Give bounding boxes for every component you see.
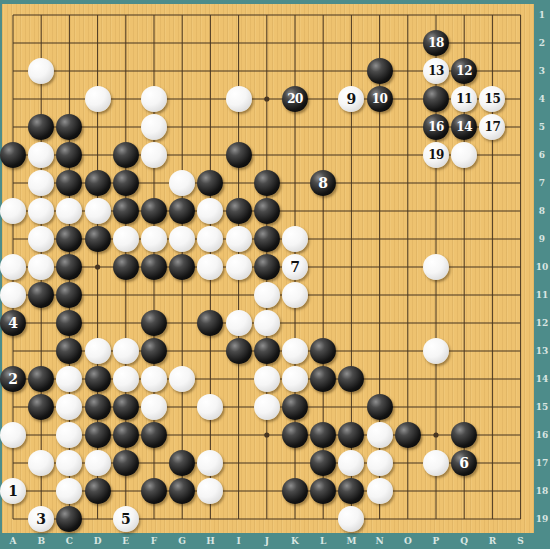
stone-black-D15[interactable] xyxy=(85,394,111,420)
row-label-4: 4 xyxy=(539,94,545,104)
move-number-label: 7 xyxy=(282,254,308,280)
stone-white-Q4[interactable]: 11 xyxy=(451,86,477,112)
column-label-H: H xyxy=(206,536,215,546)
stone-white-J11[interactable] xyxy=(254,282,280,308)
stone-white-P6[interactable]: 19 xyxy=(423,142,449,168)
stone-black-D18[interactable] xyxy=(85,478,111,504)
column-label-A: A xyxy=(10,536,17,546)
stone-black-K4[interactable]: 20 xyxy=(282,86,308,112)
stone-white-M4[interactable]: 9 xyxy=(338,86,364,112)
move-number-label: 3 xyxy=(28,506,54,532)
stone-white-E19[interactable]: 5 xyxy=(113,506,139,532)
column-label-Q: Q xyxy=(460,536,468,546)
stone-black-E15[interactable] xyxy=(113,394,139,420)
stone-black-E10[interactable] xyxy=(113,254,139,280)
stone-white-K11[interactable] xyxy=(282,282,308,308)
stone-black-L18[interactable] xyxy=(310,478,336,504)
stone-black-F8[interactable] xyxy=(141,198,167,224)
move-number-label: 14 xyxy=(451,114,477,140)
stone-white-F14[interactable] xyxy=(141,366,167,392)
stone-white-E14[interactable] xyxy=(113,366,139,392)
row-label-9: 9 xyxy=(539,234,545,244)
stone-white-A10[interactable] xyxy=(0,254,26,280)
column-label-C: C xyxy=(66,536,73,546)
stone-white-F6[interactable] xyxy=(141,142,167,168)
stone-black-J7[interactable] xyxy=(254,170,280,196)
stone-white-B8[interactable] xyxy=(28,198,54,224)
column-label-N: N xyxy=(375,536,383,546)
move-number-label: 13 xyxy=(423,58,449,84)
row-label-3: 3 xyxy=(539,66,545,76)
stone-white-R4[interactable]: 15 xyxy=(479,86,505,112)
move-number-label: 8 xyxy=(310,170,336,196)
stone-white-B9[interactable] xyxy=(28,226,54,252)
move-number-label: 18 xyxy=(423,30,449,56)
column-label-K: K xyxy=(291,536,299,546)
column-label-O: O xyxy=(404,536,412,546)
column-label-P: P xyxy=(433,536,440,546)
stone-black-L16[interactable] xyxy=(310,422,336,448)
stone-black-D7[interactable] xyxy=(85,170,111,196)
stone-white-A16[interactable] xyxy=(0,422,26,448)
stone-black-J10[interactable] xyxy=(254,254,280,280)
stone-white-B19[interactable]: 3 xyxy=(28,506,54,532)
stone-white-I9[interactable] xyxy=(226,226,252,252)
stone-black-D16[interactable] xyxy=(85,422,111,448)
stone-white-E9[interactable] xyxy=(113,226,139,252)
stone-white-D4[interactable] xyxy=(85,86,111,112)
move-number-label: 6 xyxy=(451,450,477,476)
stone-black-J13[interactable] xyxy=(254,338,280,364)
stone-black-G10[interactable] xyxy=(169,254,195,280)
stone-black-L13[interactable] xyxy=(310,338,336,364)
stone-black-F13[interactable] xyxy=(141,338,167,364)
stone-black-N15[interactable] xyxy=(367,394,393,420)
stone-black-D14[interactable] xyxy=(85,366,111,392)
stone-black-E6[interactable] xyxy=(113,142,139,168)
stone-white-I12[interactable] xyxy=(226,310,252,336)
stone-black-A12[interactable]: 4 xyxy=(0,310,26,336)
stone-white-F15[interactable] xyxy=(141,394,167,420)
stone-black-B15[interactable] xyxy=(28,394,54,420)
stone-white-P10[interactable] xyxy=(423,254,449,280)
go-board[interactable]: 1813122091011151614171987426135 xyxy=(2,4,534,533)
stone-black-K15[interactable] xyxy=(282,394,308,420)
row-label-8: 8 xyxy=(539,206,545,216)
move-number-label: 12 xyxy=(451,58,477,84)
row-label-11: 11 xyxy=(536,290,549,300)
move-number-label: 9 xyxy=(338,86,364,112)
row-label-19: 19 xyxy=(536,514,549,524)
stone-white-N18[interactable] xyxy=(367,478,393,504)
move-number-label: 19 xyxy=(423,142,449,168)
stone-black-B5[interactable] xyxy=(28,114,54,140)
move-number-label: 10 xyxy=(367,86,393,112)
column-label-J: J xyxy=(265,536,269,546)
move-number-label: 11 xyxy=(451,86,477,112)
stone-black-G8[interactable] xyxy=(169,198,195,224)
stone-black-F16[interactable] xyxy=(141,422,167,448)
column-label-R: R xyxy=(489,536,496,546)
stone-black-P5[interactable]: 16 xyxy=(423,114,449,140)
row-label-5: 5 xyxy=(539,122,545,132)
stone-white-J15[interactable] xyxy=(254,394,280,420)
column-label-S: S xyxy=(517,536,524,546)
stone-white-F5[interactable] xyxy=(141,114,167,140)
row-label-18: 18 xyxy=(536,486,549,496)
move-number-label: 16 xyxy=(423,114,449,140)
row-label-6: 6 xyxy=(539,150,545,160)
stone-black-E8[interactable] xyxy=(113,198,139,224)
stone-black-I6[interactable] xyxy=(226,142,252,168)
column-label-B: B xyxy=(37,536,45,546)
stone-white-B7[interactable] xyxy=(28,170,54,196)
stone-black-B11[interactable] xyxy=(28,282,54,308)
stone-black-J8[interactable] xyxy=(254,198,280,224)
move-number-label: 15 xyxy=(479,86,505,112)
stone-white-N16[interactable] xyxy=(367,422,393,448)
stone-white-N17[interactable] xyxy=(367,450,393,476)
board-frame: 1813122091011151614171987426135 ABCDEFGH… xyxy=(0,0,550,549)
stone-black-D9[interactable] xyxy=(85,226,111,252)
stone-white-E13[interactable] xyxy=(113,338,139,364)
stone-white-K14[interactable] xyxy=(282,366,308,392)
stone-black-G17[interactable] xyxy=(169,450,195,476)
stone-black-O16[interactable] xyxy=(395,422,421,448)
star-point-J4 xyxy=(264,96,269,101)
stone-black-N4[interactable]: 10 xyxy=(367,86,393,112)
column-label-G: G xyxy=(178,536,186,546)
stone-white-G9[interactable] xyxy=(169,226,195,252)
stone-white-B10[interactable] xyxy=(28,254,54,280)
stone-black-G18[interactable] xyxy=(169,478,195,504)
stone-white-Q6[interactable] xyxy=(451,142,477,168)
stone-white-J12[interactable] xyxy=(254,310,280,336)
stone-white-F4[interactable] xyxy=(141,86,167,112)
stone-white-F9[interactable] xyxy=(141,226,167,252)
stone-white-G7[interactable] xyxy=(169,170,195,196)
row-label-14: 14 xyxy=(536,374,549,384)
row-label-1: 1 xyxy=(539,10,545,20)
stone-white-P13[interactable] xyxy=(423,338,449,364)
stone-white-D13[interactable] xyxy=(85,338,111,364)
stone-black-I13[interactable] xyxy=(226,338,252,364)
column-label-L: L xyxy=(320,536,326,546)
stone-black-J9[interactable] xyxy=(254,226,280,252)
row-label-10: 10 xyxy=(536,262,549,272)
row-label-15: 15 xyxy=(536,402,549,412)
star-point-J16 xyxy=(264,432,269,437)
stone-black-Q16[interactable] xyxy=(451,422,477,448)
move-number-label: 1 xyxy=(0,478,26,504)
stone-white-P17[interactable] xyxy=(423,450,449,476)
stone-black-L14[interactable] xyxy=(310,366,336,392)
stone-black-A14[interactable]: 2 xyxy=(0,366,26,392)
stone-black-E16[interactable] xyxy=(113,422,139,448)
stone-white-I4[interactable] xyxy=(226,86,252,112)
stone-white-D8[interactable] xyxy=(85,198,111,224)
move-number-label: 2 xyxy=(0,366,26,392)
row-label-12: 12 xyxy=(536,318,549,328)
move-number-label: 5 xyxy=(113,506,139,532)
stone-black-P2[interactable]: 18 xyxy=(423,30,449,56)
stone-white-R5[interactable]: 17 xyxy=(479,114,505,140)
stone-white-B17[interactable] xyxy=(28,450,54,476)
stone-white-A18[interactable]: 1 xyxy=(0,478,26,504)
stone-black-A6[interactable] xyxy=(0,142,26,168)
row-label-17: 17 xyxy=(536,458,549,468)
move-number-label: 17 xyxy=(479,114,505,140)
stone-white-K9[interactable] xyxy=(282,226,308,252)
stone-white-K10[interactable]: 7 xyxy=(282,254,308,280)
stone-white-D17[interactable] xyxy=(85,450,111,476)
stone-white-J14[interactable] xyxy=(254,366,280,392)
stone-black-F10[interactable] xyxy=(141,254,167,280)
stone-white-A8[interactable] xyxy=(0,198,26,224)
stone-black-F18[interactable] xyxy=(141,478,167,504)
star-point-P16 xyxy=(433,432,438,437)
stone-black-Q17[interactable]: 6 xyxy=(451,450,477,476)
stone-white-A11[interactable] xyxy=(0,282,26,308)
column-label-M: M xyxy=(346,536,356,546)
stone-black-E17[interactable] xyxy=(113,450,139,476)
stone-black-N3[interactable] xyxy=(367,58,393,84)
star-point-D10 xyxy=(95,264,100,269)
move-number-label: 20 xyxy=(282,86,308,112)
stone-black-L17[interactable] xyxy=(310,450,336,476)
column-label-I: I xyxy=(236,536,240,546)
stone-white-B3[interactable] xyxy=(28,58,54,84)
stone-black-P4[interactable] xyxy=(423,86,449,112)
stone-black-E7[interactable] xyxy=(113,170,139,196)
stone-white-I10[interactable] xyxy=(226,254,252,280)
row-label-7: 7 xyxy=(539,178,545,188)
row-label-16: 16 xyxy=(536,430,549,440)
row-label-13: 13 xyxy=(536,346,549,356)
stone-white-P3[interactable]: 13 xyxy=(423,58,449,84)
stone-white-G14[interactable] xyxy=(169,366,195,392)
stone-black-F12[interactable] xyxy=(141,310,167,336)
move-number-label: 4 xyxy=(0,310,26,336)
stone-black-I8[interactable] xyxy=(226,198,252,224)
row-label-2: 2 xyxy=(539,38,545,48)
stone-black-Q3[interactable]: 12 xyxy=(451,58,477,84)
column-label-E: E xyxy=(122,536,129,546)
stone-white-K13[interactable] xyxy=(282,338,308,364)
stone-black-K18[interactable] xyxy=(282,478,308,504)
stone-white-B6[interactable] xyxy=(28,142,54,168)
column-label-D: D xyxy=(94,536,102,546)
stone-black-B14[interactable] xyxy=(28,366,54,392)
column-label-F: F xyxy=(151,536,157,546)
stone-black-K16[interactable] xyxy=(282,422,308,448)
stone-black-Q5[interactable]: 14 xyxy=(451,114,477,140)
stone-black-L7[interactable]: 8 xyxy=(310,170,336,196)
